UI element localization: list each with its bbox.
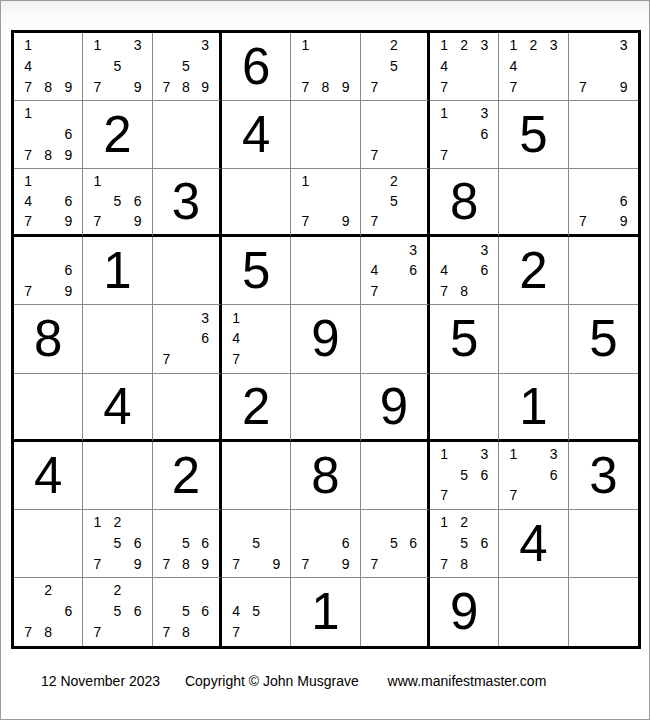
cell-r8c3[interactable]: 56789 <box>153 510 222 578</box>
digit-r9c9 <box>569 578 638 646</box>
digit-r1c4: 6 <box>222 33 290 100</box>
cell-r7c4[interactable] <box>222 442 291 510</box>
cell-r6c6[interactable]: 9 <box>361 374 430 442</box>
candidates-r4c5 <box>291 237 359 304</box>
digit-r6c6: 9 <box>361 374 427 439</box>
cell-r7c3[interactable]: 2 <box>153 442 222 510</box>
sudoku-board: 1478913579357896178925712347123473791678… <box>11 30 641 649</box>
digit-r7c5: 8 <box>291 442 359 509</box>
digit-r3c3: 3 <box>153 169 219 234</box>
cell-r1c5[interactable]: 1789 <box>291 33 360 101</box>
cell-r4c5[interactable] <box>291 237 360 305</box>
cell-r8c2[interactable]: 125679 <box>83 510 152 578</box>
cell-r6c4[interactable]: 2 <box>222 374 291 442</box>
candidates-r5c2 <box>83 305 151 372</box>
cell-r5c4[interactable]: 147 <box>222 305 291 373</box>
footer-copyright: Copyright © John Musgrave <box>185 673 359 689</box>
cell-r7c5[interactable]: 8 <box>291 442 360 510</box>
candidates-r9c2: 2567 <box>83 578 151 646</box>
candidates-r2c5 <box>291 101 359 168</box>
candidates-r7c8: 1367 <box>499 442 567 509</box>
cell-r4c9[interactable] <box>569 237 638 305</box>
candidates-r8c2: 125679 <box>83 510 151 577</box>
cell-r4c8[interactable]: 2 <box>499 237 568 305</box>
candidates-r5c8 <box>499 305 567 372</box>
candidates-r8c6: 567 <box>361 510 427 577</box>
cell-r1c1[interactable]: 14789 <box>14 33 83 101</box>
candidates-r5c3: 367 <box>153 305 219 372</box>
cell-r4c6[interactable]: 3467 <box>361 237 430 305</box>
cell-r4c4[interactable]: 5 <box>222 237 291 305</box>
cell-r4c1[interactable]: 679 <box>14 237 83 305</box>
cell-r3c7[interactable]: 8 <box>430 169 499 237</box>
candidates-r4c1: 679 <box>14 237 82 304</box>
candidates-r3c2: 15679 <box>83 169 151 234</box>
cell-r3c6[interactable]: 257 <box>361 169 430 237</box>
digit-r9c5: 1 <box>291 578 359 646</box>
cell-r6c3[interactable] <box>153 374 222 442</box>
digit-r4c2: 1 <box>83 237 151 304</box>
candidates-r6c3 <box>153 374 219 439</box>
cell-r1c6[interactable]: 257 <box>361 33 430 101</box>
candidates-r1c7: 12347 <box>430 33 498 100</box>
digit-r2c8: 5 <box>499 101 567 168</box>
digit-r8c8: 4 <box>499 510 567 577</box>
candidates-r8c5: 679 <box>291 510 359 577</box>
cell-r3c4[interactable] <box>222 169 291 237</box>
candidates-r5c6 <box>361 305 427 372</box>
candidates-r1c5: 1789 <box>291 33 359 100</box>
cell-r3c8[interactable] <box>499 169 568 237</box>
candidates-r4c3 <box>153 237 219 304</box>
cell-r1c4[interactable]: 6 <box>222 33 291 101</box>
cell-r8c4[interactable]: 579 <box>222 510 291 578</box>
cell-r8c6[interactable]: 567 <box>361 510 430 578</box>
candidates-r2c3 <box>153 101 219 168</box>
candidates-r2c6: 7 <box>361 101 427 168</box>
footer: 12 November 2023 Copyright © John Musgra… <box>41 673 546 689</box>
cell-r4c7[interactable]: 34678 <box>430 237 499 305</box>
candidates-r8c9 <box>569 510 638 577</box>
cell-r2c5[interactable] <box>291 101 360 169</box>
candidates-r8c4: 579 <box>222 510 290 577</box>
candidates-r2c1: 16789 <box>14 101 82 168</box>
cell-r1c8[interactable]: 12347 <box>499 33 568 101</box>
candidates-r7c4 <box>222 442 290 509</box>
candidates-r8c1 <box>14 510 82 577</box>
cell-r5c9[interactable]: 5 <box>569 305 638 373</box>
cell-r9c7[interactable]: 9 <box>430 578 499 646</box>
cell-r3c2[interactable]: 15679 <box>83 169 152 237</box>
digit-r6c2: 4 <box>83 374 151 439</box>
cell-r8c7[interactable]: 125678 <box>430 510 499 578</box>
digit-r4c4: 5 <box>222 237 290 304</box>
cell-r5c2[interactable] <box>83 305 152 373</box>
candidates-r4c6: 3467 <box>361 237 427 304</box>
cell-r8c1[interactable] <box>14 510 83 578</box>
cell-r1c2[interactable]: 13579 <box>83 33 152 101</box>
cell-r5c1[interactable]: 8 <box>14 305 83 373</box>
digit-r3c7: 8 <box>430 169 498 234</box>
cell-r9c3[interactable]: 5678 <box>153 578 222 646</box>
cell-r6c7[interactable] <box>430 374 499 442</box>
cell-r9c8[interactable] <box>499 578 568 646</box>
cell-r7c1[interactable]: 4 <box>14 442 83 510</box>
candidates-r3c4 <box>222 169 290 234</box>
digit-r6c8: 1 <box>499 374 567 439</box>
cell-r2c6[interactable]: 7 <box>361 101 430 169</box>
digit-r5c9: 5 <box>569 305 638 372</box>
cell-r5c7[interactable]: 5 <box>430 305 499 373</box>
digit-r5c7: 5 <box>430 305 498 372</box>
cell-r6c2[interactable]: 4 <box>83 374 152 442</box>
candidates-r3c5: 179 <box>291 169 359 234</box>
cell-r1c7[interactable]: 12347 <box>430 33 499 101</box>
cell-r5c5[interactable]: 9 <box>291 305 360 373</box>
puzzle-page: 1478913579357896178925712347123473791678… <box>0 0 650 720</box>
candidates-r2c7: 1367 <box>430 101 498 168</box>
cell-r7c2[interactable] <box>83 442 152 510</box>
candidates-r3c6: 257 <box>361 169 427 234</box>
cell-r3c3[interactable]: 3 <box>153 169 222 237</box>
cell-r4c3[interactable] <box>153 237 222 305</box>
cell-r9c2[interactable]: 2567 <box>83 578 152 646</box>
cell-r2c1[interactable]: 16789 <box>14 101 83 169</box>
cell-r2c9[interactable] <box>569 101 638 169</box>
candidates-r1c6: 257 <box>361 33 427 100</box>
cell-r5c3[interactable]: 367 <box>153 305 222 373</box>
candidates-r9c3: 5678 <box>153 578 219 646</box>
candidates-r3c9: 679 <box>569 169 638 234</box>
digit-r7c1: 4 <box>14 442 82 509</box>
cell-r3c5[interactable]: 179 <box>291 169 360 237</box>
cell-r9c9[interactable] <box>569 578 638 646</box>
candidates-r7c2 <box>83 442 151 509</box>
cell-r5c6[interactable] <box>361 305 430 373</box>
footer-date: 12 November 2023 <box>41 673 160 689</box>
cell-r2c2[interactable]: 2 <box>83 101 152 169</box>
candidates-r3c1: 14679 <box>14 169 82 234</box>
digit-r4c8: 2 <box>499 237 567 304</box>
cell-r6c8[interactable]: 1 <box>499 374 568 442</box>
digit-r6c4: 2 <box>222 374 290 439</box>
cell-r7c9[interactable]: 3 <box>569 442 638 510</box>
candidates-r1c2: 13579 <box>83 33 151 100</box>
candidates-r1c8: 12347 <box>499 33 567 100</box>
cell-r9c6[interactable] <box>361 578 430 646</box>
cell-r1c9[interactable]: 379 <box>569 33 638 101</box>
cell-r7c6[interactable] <box>361 442 430 510</box>
candidates-r4c9 <box>569 237 638 304</box>
cell-r4c2[interactable]: 1 <box>83 237 152 305</box>
footer-url: www.manifestmaster.com <box>388 673 547 689</box>
cell-r3c1[interactable]: 14679 <box>14 169 83 237</box>
cell-r2c4[interactable]: 4 <box>222 101 291 169</box>
digit-r2c4: 4 <box>222 101 290 168</box>
candidates-r2c9 <box>569 101 638 168</box>
candidates-r9c4: 457 <box>222 578 290 646</box>
candidates-r8c3: 56789 <box>153 510 219 577</box>
cell-r1c3[interactable]: 35789 <box>153 33 222 101</box>
digit-r7c3: 2 <box>153 442 219 509</box>
cell-r3c9[interactable]: 679 <box>569 169 638 237</box>
candidates-r9c6 <box>361 578 427 646</box>
digit-r7c9: 3 <box>569 442 638 509</box>
cell-r6c5[interactable] <box>291 374 360 442</box>
candidates-r9c1: 2678 <box>14 578 82 646</box>
candidates-r6c9 <box>569 374 638 439</box>
cell-r7c8[interactable]: 1367 <box>499 442 568 510</box>
cell-r8c5[interactable]: 679 <box>291 510 360 578</box>
candidates-r6c7 <box>430 374 498 439</box>
candidates-r3c8 <box>499 169 567 234</box>
cell-r2c7[interactable]: 1367 <box>430 101 499 169</box>
candidates-r7c6 <box>361 442 427 509</box>
candidates-r1c3: 35789 <box>153 33 219 100</box>
candidates-r4c7: 34678 <box>430 237 498 304</box>
digit-r5c1: 8 <box>14 305 82 372</box>
candidates-r1c9: 379 <box>569 33 638 100</box>
digit-r9c7: 9 <box>430 578 498 646</box>
candidates-r6c5 <box>291 374 359 439</box>
candidates-r1c1: 14789 <box>14 33 82 100</box>
cell-r7c7[interactable]: 13567 <box>430 442 499 510</box>
candidates-r5c4: 147 <box>222 305 290 372</box>
candidates-r7c7: 13567 <box>430 442 498 509</box>
candidates-r9c8 <box>499 578 567 646</box>
cell-r9c1[interactable]: 2678 <box>14 578 83 646</box>
cell-r8c8[interactable]: 4 <box>499 510 568 578</box>
cell-r8c9[interactable] <box>569 510 638 578</box>
candidates-r6c1 <box>14 374 82 439</box>
cell-r2c8[interactable]: 5 <box>499 101 568 169</box>
cell-r9c5[interactable]: 1 <box>291 578 360 646</box>
digit-r2c2: 2 <box>83 101 151 168</box>
cell-r9c4[interactable]: 457 <box>222 578 291 646</box>
candidates-r8c7: 125678 <box>430 510 498 577</box>
cell-r6c1[interactable] <box>14 374 83 442</box>
cell-r6c9[interactable] <box>569 374 638 442</box>
cell-r2c3[interactable] <box>153 101 222 169</box>
digit-r5c5: 9 <box>291 305 359 372</box>
cell-r5c8[interactable] <box>499 305 568 373</box>
